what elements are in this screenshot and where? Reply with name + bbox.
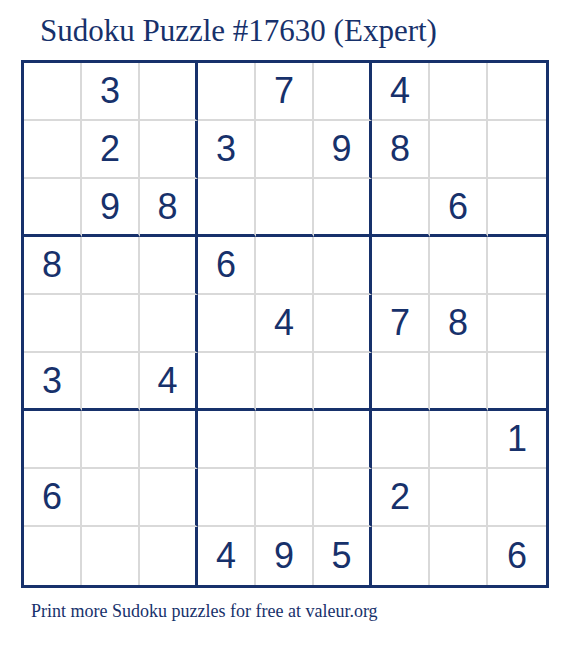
cell-r2c2[interactable]: 2 <box>82 121 140 179</box>
cell-r1c7[interactable]: 4 <box>372 63 430 121</box>
cell-r3c1[interactable] <box>24 179 82 237</box>
cell-r4c5[interactable] <box>256 237 314 295</box>
cell-r1c3[interactable] <box>140 63 198 121</box>
cell-r6c7[interactable] <box>372 353 430 411</box>
cell-r2c4[interactable]: 3 <box>198 121 256 179</box>
cell-r6c4[interactable] <box>198 353 256 411</box>
cell-r8c2[interactable] <box>82 469 140 527</box>
cell-r2c5[interactable] <box>256 121 314 179</box>
cell-r1c8[interactable] <box>430 63 488 121</box>
cell-r8c1[interactable]: 6 <box>24 469 82 527</box>
footer-note: Print more Sudoku puzzles for free at va… <box>31 600 580 622</box>
cell-r5c3[interactable] <box>140 295 198 353</box>
cell-r2c7[interactable]: 8 <box>372 121 430 179</box>
cell-r1c1[interactable] <box>24 63 82 121</box>
cell-r9c1[interactable] <box>24 527 82 585</box>
cell-r6c3[interactable]: 4 <box>140 353 198 411</box>
cell-r5c7[interactable]: 7 <box>372 295 430 353</box>
cell-r8c4[interactable] <box>198 469 256 527</box>
cell-r2c8[interactable] <box>430 121 488 179</box>
cell-r4c6[interactable] <box>314 237 372 295</box>
cell-r9c6[interactable]: 5 <box>314 527 372 585</box>
cell-r1c5[interactable]: 7 <box>256 63 314 121</box>
cell-r2c1[interactable] <box>24 121 82 179</box>
cell-r8c6[interactable] <box>314 469 372 527</box>
cell-r5c2[interactable] <box>82 295 140 353</box>
cell-r3c8[interactable]: 6 <box>430 179 488 237</box>
cell-r2c6[interactable]: 9 <box>314 121 372 179</box>
cell-r4c8[interactable] <box>430 237 488 295</box>
cell-r1c2[interactable]: 3 <box>82 63 140 121</box>
cell-r5c9[interactable] <box>488 295 546 353</box>
cell-r7c1[interactable] <box>24 411 82 469</box>
cell-r4c7[interactable] <box>372 237 430 295</box>
cell-r9c5[interactable]: 9 <box>256 527 314 585</box>
cell-r8c9[interactable] <box>488 469 546 527</box>
cell-r6c9[interactable] <box>488 353 546 411</box>
cell-r9c2[interactable] <box>82 527 140 585</box>
cell-r4c4[interactable]: 6 <box>198 237 256 295</box>
cell-r6c2[interactable] <box>82 353 140 411</box>
cell-r3c7[interactable] <box>372 179 430 237</box>
cell-r3c5[interactable] <box>256 179 314 237</box>
cell-r5c6[interactable] <box>314 295 372 353</box>
cell-r5c1[interactable] <box>24 295 82 353</box>
cell-r7c7[interactable] <box>372 411 430 469</box>
cell-r7c8[interactable] <box>430 411 488 469</box>
cell-r9c7[interactable] <box>372 527 430 585</box>
cell-r6c1[interactable]: 3 <box>24 353 82 411</box>
cell-r4c9[interactable] <box>488 237 546 295</box>
cell-r7c3[interactable] <box>140 411 198 469</box>
cell-r6c5[interactable] <box>256 353 314 411</box>
cell-r6c8[interactable] <box>430 353 488 411</box>
cell-r3c3[interactable]: 8 <box>140 179 198 237</box>
cell-r3c9[interactable] <box>488 179 546 237</box>
cell-r8c8[interactable] <box>430 469 488 527</box>
cell-r1c9[interactable] <box>488 63 546 121</box>
cell-r1c6[interactable] <box>314 63 372 121</box>
page-title: Sudoku Puzzle #17630 (Expert) <box>40 12 580 50</box>
cell-r9c4[interactable]: 4 <box>198 527 256 585</box>
cell-r8c3[interactable] <box>140 469 198 527</box>
cell-r8c5[interactable] <box>256 469 314 527</box>
cell-r4c3[interactable] <box>140 237 198 295</box>
cell-r7c5[interactable] <box>256 411 314 469</box>
cell-r5c4[interactable] <box>198 295 256 353</box>
cell-r3c4[interactable] <box>198 179 256 237</box>
cell-r7c4[interactable] <box>198 411 256 469</box>
cell-r4c2[interactable] <box>82 237 140 295</box>
cell-r7c9[interactable]: 1 <box>488 411 546 469</box>
cell-r2c9[interactable] <box>488 121 546 179</box>
cell-r6c6[interactable] <box>314 353 372 411</box>
cell-r8c7[interactable]: 2 <box>372 469 430 527</box>
sudoku-board: 374239898686478341624956 <box>21 60 549 588</box>
cell-r1c4[interactable] <box>198 63 256 121</box>
cell-r9c3[interactable] <box>140 527 198 585</box>
cell-r7c2[interactable] <box>82 411 140 469</box>
cell-r4c1[interactable]: 8 <box>24 237 82 295</box>
cell-r2c3[interactable] <box>140 121 198 179</box>
cell-r9c8[interactable] <box>430 527 488 585</box>
cell-r3c6[interactable] <box>314 179 372 237</box>
cell-r3c2[interactable]: 9 <box>82 179 140 237</box>
cell-r5c5[interactable]: 4 <box>256 295 314 353</box>
cell-r5c8[interactable]: 8 <box>430 295 488 353</box>
cell-r7c6[interactable] <box>314 411 372 469</box>
cell-r9c9[interactable]: 6 <box>488 527 546 585</box>
